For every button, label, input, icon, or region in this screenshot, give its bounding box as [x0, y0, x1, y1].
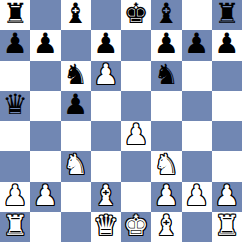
piece-black-king: ♚	[124, 0, 149, 28]
piece-black-bishop: ♝	[63, 0, 88, 28]
square-d4[interactable]	[91, 121, 121, 151]
square-d5[interactable]	[91, 91, 121, 121]
square-b1[interactable]	[30, 212, 60, 242]
piece-black-pawn: ♟	[184, 30, 209, 58]
square-g6[interactable]	[182, 61, 212, 91]
piece-white-bishop: ♝	[154, 212, 179, 240]
square-a3[interactable]	[0, 151, 30, 181]
square-f1[interactable]: ♝	[151, 212, 181, 242]
square-a7[interactable]: ♟	[0, 30, 30, 60]
square-g3[interactable]	[182, 151, 212, 181]
square-f6[interactable]: ♞	[151, 61, 181, 91]
square-g2[interactable]: ♟	[182, 182, 212, 212]
square-g1[interactable]	[182, 212, 212, 242]
square-h2[interactable]: ♟	[212, 182, 242, 212]
piece-black-pawn: ♟	[63, 91, 88, 119]
square-h6[interactable]	[212, 61, 242, 91]
square-e3[interactable]	[121, 151, 151, 181]
square-c2[interactable]	[61, 182, 91, 212]
piece-black-pawn: ♟	[93, 30, 118, 58]
piece-white-pawn: ♟	[154, 182, 179, 210]
square-d6[interactable]: ♟	[91, 61, 121, 91]
square-h1[interactable]: ♜	[212, 212, 242, 242]
square-c3[interactable]: ♞	[61, 151, 91, 181]
piece-black-pawn: ♟	[214, 30, 239, 58]
square-e4[interactable]: ♟	[121, 121, 151, 151]
piece-black-pawn: ♟	[3, 30, 28, 58]
square-b4[interactable]	[30, 121, 60, 151]
piece-black-pawn: ♟	[154, 30, 179, 58]
piece-black-knight: ♞	[154, 61, 179, 89]
square-e8[interactable]: ♚	[121, 0, 151, 30]
square-f4[interactable]	[151, 121, 181, 151]
piece-white-rook: ♜	[3, 212, 28, 240]
piece-white-pawn: ♟	[214, 182, 239, 210]
square-f3[interactable]: ♞	[151, 151, 181, 181]
square-c5[interactable]: ♟	[61, 91, 91, 121]
square-e7[interactable]	[121, 30, 151, 60]
square-e1[interactable]: ♚	[121, 212, 151, 242]
square-c1[interactable]	[61, 212, 91, 242]
piece-white-king: ♚	[124, 212, 149, 240]
piece-white-knight: ♞	[63, 151, 88, 179]
piece-white-queen: ♛	[93, 212, 118, 240]
square-a8[interactable]: ♜	[0, 0, 30, 30]
square-e6[interactable]	[121, 61, 151, 91]
square-a5[interactable]: ♛	[0, 91, 30, 121]
square-h5[interactable]	[212, 91, 242, 121]
square-a2[interactable]: ♟	[0, 182, 30, 212]
square-d7[interactable]: ♟	[91, 30, 121, 60]
square-g4[interactable]	[182, 121, 212, 151]
piece-black-rook: ♜	[214, 0, 239, 28]
piece-white-pawn: ♟	[184, 182, 209, 210]
square-g8[interactable]	[182, 0, 212, 30]
square-d2[interactable]: ♝	[91, 182, 121, 212]
square-h8[interactable]: ♜	[212, 0, 242, 30]
square-c6[interactable]: ♞	[61, 61, 91, 91]
square-b5[interactable]	[30, 91, 60, 121]
square-a1[interactable]: ♜	[0, 212, 30, 242]
square-g7[interactable]: ♟	[182, 30, 212, 60]
square-e5[interactable]	[121, 91, 151, 121]
square-f7[interactable]: ♟	[151, 30, 181, 60]
square-f2[interactable]: ♟	[151, 182, 181, 212]
piece-white-bishop: ♝	[93, 182, 118, 210]
square-c8[interactable]: ♝	[61, 0, 91, 30]
piece-white-knight: ♞	[154, 151, 179, 179]
square-h4[interactable]	[212, 121, 242, 151]
square-b7[interactable]: ♟	[30, 30, 60, 60]
square-c7[interactable]	[61, 30, 91, 60]
square-f5[interactable]	[151, 91, 181, 121]
square-h7[interactable]: ♟	[212, 30, 242, 60]
piece-black-queen: ♛	[3, 91, 28, 119]
piece-white-pawn: ♟	[3, 182, 28, 210]
square-d8[interactable]	[91, 0, 121, 30]
piece-white-pawn: ♟	[124, 121, 149, 149]
square-c4[interactable]	[61, 121, 91, 151]
square-b6[interactable]	[30, 61, 60, 91]
square-b3[interactable]	[30, 151, 60, 181]
square-f8[interactable]: ♝	[151, 0, 181, 30]
piece-white-rook: ♜	[214, 212, 239, 240]
chess-board: ♜♝♚♝♜♟♟♟♟♟♟♞♟♞♛♟♟♞♞♟♟♝♟♟♟♜♛♚♝♜	[0, 0, 242, 242]
square-h3[interactable]	[212, 151, 242, 181]
piece-black-bishop: ♝	[154, 0, 179, 28]
piece-white-pawn: ♟	[93, 61, 118, 89]
piece-black-knight: ♞	[63, 61, 88, 89]
square-a4[interactable]	[0, 121, 30, 151]
square-a6[interactable]	[0, 61, 30, 91]
square-d3[interactable]	[91, 151, 121, 181]
piece-black-rook: ♜	[3, 0, 28, 28]
square-b8[interactable]	[30, 0, 60, 30]
square-g5[interactable]	[182, 91, 212, 121]
square-e2[interactable]	[121, 182, 151, 212]
square-b2[interactable]: ♟	[30, 182, 60, 212]
square-d1[interactable]: ♛	[91, 212, 121, 242]
piece-white-pawn: ♟	[33, 182, 58, 210]
piece-black-pawn: ♟	[33, 30, 58, 58]
